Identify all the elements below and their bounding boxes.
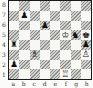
rank-labels: 87654321 [0, 0, 8, 80]
square-h7[interactable] [81, 11, 91, 21]
square-e8[interactable] [50, 1, 60, 11]
rank-label-1: 1 [0, 70, 8, 80]
square-b5[interactable] [19, 30, 29, 40]
square-f3[interactable] [60, 50, 70, 60]
rank-label-5: 5 [0, 30, 8, 40]
piece-white-bishop: ♗ [31, 50, 39, 59]
square-a1[interactable] [9, 69, 19, 79]
square-a3[interactable] [9, 50, 19, 60]
square-h8[interactable] [81, 1, 91, 11]
square-d1[interactable] [40, 69, 50, 79]
square-f8[interactable] [60, 1, 70, 11]
square-g1[interactable] [71, 69, 81, 79]
chess-diagram: 87654321 ♟♟♔♞♚♜♟♗♙♟♖ abcdefgh [0, 0, 92, 88]
square-g5[interactable]: ♞ [71, 30, 81, 40]
piece-white-rook: ♖ [61, 69, 69, 78]
rank-label-2: 2 [0, 60, 8, 70]
square-e2[interactable] [50, 60, 60, 70]
board-with-rank-labels: 87654321 ♟♟♔♞♚♜♟♗♙♟♖ [0, 0, 92, 80]
square-d8[interactable] [40, 1, 50, 11]
square-e7[interactable] [50, 11, 60, 21]
corner-spacer [0, 80, 8, 88]
square-c7[interactable] [30, 11, 40, 21]
square-h2[interactable] [81, 60, 91, 70]
square-a6[interactable] [9, 21, 19, 31]
square-h5[interactable]: ♚ [81, 30, 91, 40]
square-b8[interactable] [19, 1, 29, 11]
file-label-h: h [82, 80, 93, 88]
square-f5[interactable]: ♔ [60, 30, 70, 40]
square-e3[interactable] [50, 50, 60, 60]
square-b2[interactable] [19, 60, 29, 70]
piece-black-knight: ♞ [72, 30, 80, 39]
file-label-f: f [61, 80, 72, 88]
piece-white-pawn: ♙ [82, 50, 90, 59]
rank-label-3: 3 [0, 50, 8, 60]
rank-label-6: 6 [0, 20, 8, 30]
square-c3[interactable]: ♗ [30, 50, 40, 60]
square-b1[interactable] [19, 69, 29, 79]
square-b4[interactable] [19, 40, 29, 50]
square-h1[interactable] [81, 69, 91, 79]
square-d4[interactable] [40, 40, 50, 50]
file-label-c: c [29, 80, 40, 88]
piece-black-pawn: ♟ [82, 40, 90, 49]
square-a8[interactable] [9, 1, 19, 11]
square-f7[interactable] [60, 11, 70, 21]
square-g3[interactable] [71, 50, 81, 60]
square-f6[interactable] [60, 21, 70, 31]
square-a5[interactable] [9, 30, 19, 40]
piece-black-pawn: ♟ [41, 21, 49, 30]
square-a7[interactable] [9, 11, 19, 21]
file-labels: abcdefgh [8, 80, 92, 88]
square-e4[interactable] [50, 40, 60, 50]
square-f2[interactable] [60, 60, 70, 70]
square-c4[interactable] [30, 40, 40, 50]
square-b3[interactable] [19, 50, 29, 60]
square-d3[interactable] [40, 50, 50, 60]
piece-black-king: ♚ [82, 30, 90, 39]
square-c2[interactable] [30, 60, 40, 70]
square-g2[interactable] [71, 60, 81, 70]
square-d7[interactable] [40, 11, 50, 21]
square-c6[interactable] [30, 21, 40, 31]
file-label-a: a [8, 80, 19, 88]
piece-white-king: ♔ [61, 30, 69, 39]
square-c5[interactable] [30, 30, 40, 40]
square-d5[interactable] [40, 30, 50, 40]
square-e1[interactable] [50, 69, 60, 79]
square-d6[interactable]: ♟ [40, 21, 50, 31]
square-d2[interactable] [40, 60, 50, 70]
square-c8[interactable] [30, 1, 40, 11]
file-label-d: d [40, 80, 51, 88]
square-g8[interactable] [71, 1, 81, 11]
square-e5[interactable] [50, 30, 60, 40]
square-f1[interactable]: ♖ [60, 69, 70, 79]
square-g4[interactable] [71, 40, 81, 50]
square-e6[interactable] [50, 21, 60, 31]
square-a4[interactable]: ♜ [9, 40, 19, 50]
file-label-g: g [71, 80, 82, 88]
rank-label-8: 8 [0, 0, 8, 10]
square-b6[interactable] [19, 21, 29, 31]
rank-label-4: 4 [0, 40, 8, 50]
square-b7[interactable]: ♟ [19, 11, 29, 21]
square-g6[interactable] [71, 21, 81, 31]
square-a2[interactable]: ♟ [9, 60, 19, 70]
file-label-b: b [19, 80, 30, 88]
square-g7[interactable] [71, 11, 81, 21]
piece-black-pawn: ♟ [10, 60, 18, 69]
square-c1[interactable] [30, 69, 40, 79]
piece-black-pawn: ♟ [20, 11, 28, 20]
board: ♟♟♔♞♚♜♟♗♙♟♖ [8, 0, 92, 80]
file-labels-row: abcdefgh [0, 80, 92, 88]
piece-black-rook: ♜ [10, 40, 18, 49]
rank-label-7: 7 [0, 10, 8, 20]
file-label-e: e [50, 80, 61, 88]
square-f4[interactable] [60, 40, 70, 50]
square-h3[interactable]: ♙ [81, 50, 91, 60]
square-h6[interactable] [81, 21, 91, 31]
square-h4[interactable]: ♟ [81, 40, 91, 50]
